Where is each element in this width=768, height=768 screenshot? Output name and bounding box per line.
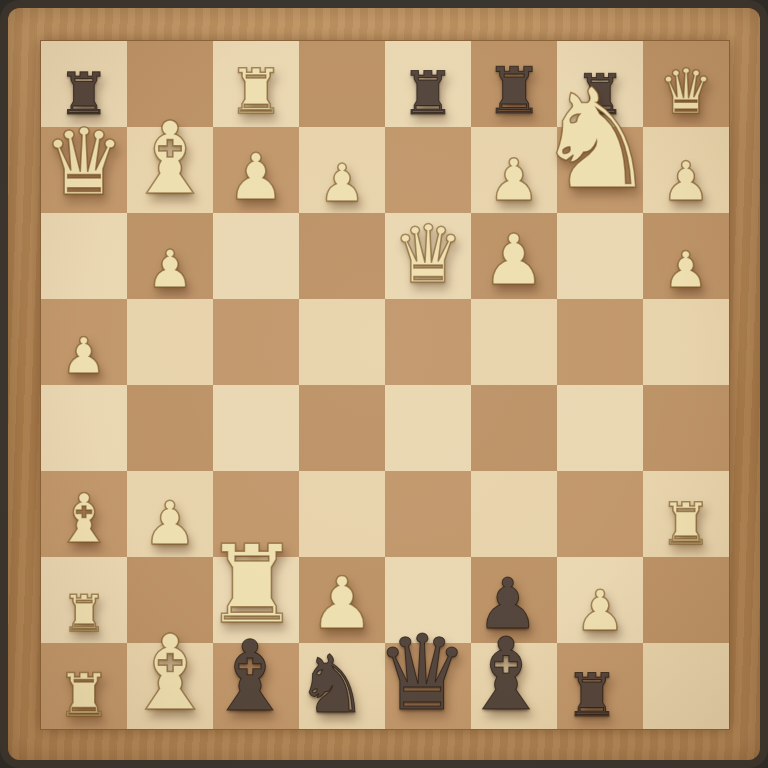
square-d2[interactable]: ♟ [299,557,385,643]
black-rook-g1[interactable]: ♜ [565,665,619,725]
white-bishop-b1[interactable]: ♝ [123,621,216,725]
square-e8[interactable]: ♜ [385,41,471,127]
square-b7[interactable]: ♝ [127,127,213,213]
square-b3[interactable]: ♟ [127,471,213,557]
square-f1[interactable]: ♝ [471,643,557,729]
square-a7[interactable]: ♛ [41,127,127,213]
square-g5[interactable] [557,299,643,385]
square-a2[interactable]: ♜ [41,557,127,643]
white-pawn-f6[interactable]: ♟ [483,225,546,295]
square-d7[interactable]: ♟ [299,127,385,213]
square-a4[interactable] [41,385,127,471]
white-knight-g7[interactable]: ♞ [534,71,658,209]
square-h7[interactable]: ♟ [643,127,729,213]
square-h4[interactable] [643,385,729,471]
white-pawn-b6[interactable]: ♟ [147,243,194,295]
white-pawn-g2[interactable]: ♟ [575,583,625,639]
square-d8[interactable] [299,41,385,127]
black-queen-e1[interactable]: ♛ [375,621,468,725]
chess-board: ♜♜♜♜♜♛♛♝♟♟♟♞♟♟♛♟♟♟♝♟♜♜♜♟♟♟♜♝♝♞♛♝♜ [40,40,730,730]
black-bishop-c1[interactable]: ♝ [206,627,294,725]
white-pawn-c7[interactable]: ♟ [227,145,284,209]
black-bishop-f1[interactable]: ♝ [461,625,551,725]
black-rook-e8[interactable]: ♜ [401,63,455,123]
white-pawn-h7[interactable]: ♟ [662,155,710,209]
white-rook-h3[interactable]: ♜ [660,495,712,553]
square-b6[interactable]: ♟ [127,213,213,299]
white-bishop-b7[interactable]: ♝ [125,109,215,209]
square-a5[interactable]: ♟ [41,299,127,385]
chess-scene: ♜♜♜♜♜♛♛♝♟♟♟♞♟♟♛♟♟♟♝♟♜♜♜♟♟♟♜♝♝♞♛♝♜ [0,0,768,768]
white-pawn-h6[interactable]: ♟ [664,245,709,295]
white-pawn-a5[interactable]: ♟ [62,331,107,381]
square-e5[interactable] [385,299,471,385]
square-d1[interactable]: ♞ [299,643,385,729]
square-h6[interactable]: ♟ [643,213,729,299]
white-pawn-d7[interactable]: ♟ [319,157,366,209]
square-b1[interactable]: ♝ [127,643,213,729]
square-c1[interactable]: ♝ [213,643,299,729]
white-rook-a2[interactable]: ♜ [62,589,107,639]
square-b4[interactable] [127,385,213,471]
square-g6[interactable] [557,213,643,299]
white-bishop-a3[interactable]: ♝ [54,485,115,553]
square-h2[interactable] [643,557,729,643]
white-queen-e6[interactable]: ♛ [392,215,464,295]
square-b5[interactable] [127,299,213,385]
square-d4[interactable] [299,385,385,471]
square-g3[interactable] [557,471,643,557]
white-rook-c8[interactable]: ♜ [228,61,284,123]
square-e3[interactable] [385,471,471,557]
white-pawn-d2[interactable]: ♟ [310,567,375,639]
square-c8[interactable]: ♜ [213,41,299,127]
square-g4[interactable] [557,385,643,471]
square-h3[interactable]: ♜ [643,471,729,557]
square-a3[interactable]: ♝ [41,471,127,557]
square-a6[interactable] [41,213,127,299]
square-c7[interactable]: ♟ [213,127,299,213]
square-h1[interactable] [643,643,729,729]
square-c5[interactable] [213,299,299,385]
square-d5[interactable] [299,299,385,385]
square-g7[interactable]: ♞ [557,127,643,213]
square-e7[interactable] [385,127,471,213]
square-g1[interactable]: ♜ [557,643,643,729]
white-queen-a7[interactable]: ♛ [43,117,125,209]
white-pawn-f7[interactable]: ♟ [488,151,540,209]
white-pawn-b3[interactable]: ♟ [143,493,197,553]
square-e1[interactable]: ♛ [385,643,471,729]
square-a1[interactable]: ♜ [41,643,127,729]
square-d6[interactable] [299,213,385,299]
white-queen-h8[interactable]: ♛ [658,61,714,123]
black-knight-d1[interactable]: ♞ [296,645,368,725]
square-d3[interactable] [299,471,385,557]
white-rook-a1[interactable]: ♜ [57,665,111,725]
square-h5[interactable] [643,299,729,385]
square-f5[interactable] [471,299,557,385]
square-c6[interactable] [213,213,299,299]
square-c4[interactable] [213,385,299,471]
square-e4[interactable] [385,385,471,471]
square-f3[interactable] [471,471,557,557]
square-f4[interactable] [471,385,557,471]
square-f6[interactable]: ♟ [471,213,557,299]
square-g2[interactable]: ♟ [557,557,643,643]
square-e6[interactable]: ♛ [385,213,471,299]
